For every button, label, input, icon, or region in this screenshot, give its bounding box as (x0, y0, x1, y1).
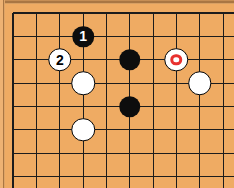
stone-move-number-label: 1 (79, 29, 87, 43)
board-intersection[interactable] (141, 48, 164, 71)
board-intersection[interactable] (2, 72, 25, 95)
grid-line-vertical (106, 25, 107, 48)
board-intersection[interactable] (25, 165, 48, 188)
grid-line-vertical (83, 48, 84, 71)
board-intersection[interactable] (118, 48, 141, 71)
grid-line-vertical (176, 95, 177, 118)
board-intersection[interactable] (188, 48, 211, 71)
grid-line-vertical (12, 95, 14, 118)
white-stone[interactable] (71, 118, 95, 142)
grid-line-vertical (153, 72, 154, 95)
board-intersection[interactable] (141, 2, 164, 25)
grid-line-horizontal (13, 129, 25, 130)
go-board-grid: 12 (2, 2, 234, 188)
grid-line-vertical (83, 165, 84, 188)
black-stone[interactable] (119, 96, 141, 118)
grid-line-vertical (129, 141, 130, 164)
grid-line-vertical (199, 165, 200, 188)
board-intersection[interactable] (2, 165, 25, 188)
board-intersection[interactable] (165, 165, 188, 188)
board-intersection[interactable] (25, 72, 48, 95)
board-intersection[interactable] (165, 95, 188, 118)
board-intersection[interactable] (95, 72, 118, 95)
board-intersection[interactable] (48, 141, 71, 164)
board-intersection[interactable] (25, 95, 48, 118)
grid-line-vertical (36, 72, 37, 95)
grid-line-vertical (12, 25, 14, 48)
board-intersection[interactable] (118, 72, 141, 95)
grid-line-vertical (176, 118, 177, 141)
grid-line-vertical (153, 118, 154, 141)
board-intersection[interactable] (25, 118, 48, 141)
board-intersection[interactable] (72, 72, 95, 95)
board-intersection[interactable] (48, 95, 71, 118)
board-intersection[interactable] (165, 48, 188, 71)
grid-line-vertical (12, 118, 14, 141)
board-intersection[interactable] (211, 48, 234, 71)
board-intersection[interactable] (118, 25, 141, 48)
white-stone[interactable] (71, 71, 95, 95)
board-intersection[interactable] (95, 2, 118, 25)
board-intersection[interactable] (72, 48, 95, 71)
board-intersection[interactable] (141, 72, 164, 95)
grid-line-vertical (199, 25, 200, 48)
grid-line-vertical (106, 165, 107, 188)
white-stone[interactable]: 2 (48, 48, 72, 72)
grid-line-vertical (223, 141, 224, 164)
grid-line-vertical (106, 13, 107, 25)
grid-line-vertical (106, 72, 107, 95)
board-intersection[interactable] (95, 25, 118, 48)
grid-line-vertical (223, 13, 224, 25)
grid-line-vertical (12, 72, 14, 95)
grid-line-vertical (199, 13, 200, 25)
board-intersection[interactable] (188, 72, 211, 95)
grid-line-horizontal (13, 83, 25, 84)
grid-line-vertical (12, 141, 14, 164)
board-intersection[interactable] (2, 141, 25, 164)
grid-line-vertical (59, 165, 60, 188)
grid-line-vertical (153, 13, 154, 25)
grid-line-horizontal (13, 153, 25, 154)
grid-line-vertical (153, 141, 154, 164)
grid-line-vertical (106, 141, 107, 164)
grid-line-vertical (199, 48, 200, 71)
grid-line-vertical (223, 48, 224, 71)
board-intersection[interactable] (141, 165, 164, 188)
board-intersection[interactable] (188, 25, 211, 48)
board-intersection[interactable] (25, 2, 48, 25)
grid-line-horizontal (13, 176, 25, 177)
board-intersection[interactable] (141, 118, 164, 141)
grid-line-vertical (153, 95, 154, 118)
board-intersection[interactable] (25, 25, 48, 48)
grid-line-vertical (129, 25, 130, 48)
grid-line-vertical (36, 165, 37, 188)
board-intersection[interactable] (188, 118, 211, 141)
grid-line-vertical (223, 165, 224, 188)
board-intersection[interactable] (2, 25, 25, 48)
grid-line-vertical (129, 13, 130, 25)
board-intersection[interactable] (95, 48, 118, 71)
board-intersection[interactable] (118, 141, 141, 164)
board-intersection[interactable] (2, 2, 25, 25)
grid-line-vertical (223, 118, 224, 141)
grid-line-vertical (176, 25, 177, 48)
board-intersection[interactable] (48, 72, 71, 95)
board-intersection[interactable] (118, 2, 141, 25)
board-intersection[interactable] (48, 2, 71, 25)
board-intersection[interactable] (211, 25, 234, 48)
grid-line-vertical (153, 165, 154, 188)
grid-line-vertical (176, 13, 177, 25)
grid-line-vertical (59, 72, 60, 95)
board-intersection[interactable] (211, 72, 234, 95)
board-intersection[interactable] (95, 141, 118, 164)
grid-line-vertical (59, 141, 60, 164)
go-diagram: 12 (0, 0, 234, 188)
grid-line-vertical (199, 95, 200, 118)
grid-line-vertical (83, 95, 84, 118)
grid-line-vertical (83, 141, 84, 164)
grid-line-horizontal (13, 12, 25, 14)
grid-line-vertical (176, 141, 177, 164)
grid-line-vertical (176, 165, 177, 188)
board-intersection[interactable]: 2 (48, 48, 71, 71)
board-intersection[interactable] (165, 118, 188, 141)
white-stone[interactable] (165, 48, 189, 72)
grid-line-horizontal (13, 36, 25, 37)
board-intersection[interactable] (72, 165, 95, 188)
grid-line-vertical (223, 72, 224, 95)
board-intersection[interactable] (141, 25, 164, 48)
board-intersection[interactable] (211, 141, 234, 164)
board-intersection[interactable] (188, 141, 211, 164)
grid-line-vertical (223, 95, 224, 118)
board-intersection[interactable] (72, 141, 95, 164)
grid-line-vertical (12, 165, 14, 188)
grid-line-horizontal (13, 59, 25, 60)
grid-line-vertical (153, 25, 154, 48)
board-intersection[interactable] (25, 141, 48, 164)
board-intersection[interactable] (72, 2, 95, 25)
grid-line-vertical (59, 25, 60, 48)
grid-line-vertical (223, 25, 224, 48)
grid-line-vertical (59, 118, 60, 141)
board-intersection[interactable]: 1 (72, 25, 95, 48)
board-intersection[interactable] (48, 118, 71, 141)
board-intersection[interactable] (188, 2, 211, 25)
board-intersection[interactable] (211, 118, 234, 141)
grid-line-vertical (129, 165, 130, 188)
grid-line-vertical (12, 48, 14, 71)
board-frame-left-edge (0, 0, 5, 188)
grid-line-vertical (36, 95, 37, 118)
board-frame-top-edge (0, 0, 234, 4)
board-intersection[interactable] (118, 95, 141, 118)
board-intersection[interactable] (165, 72, 188, 95)
board-intersection[interactable] (211, 165, 234, 188)
grid-line-vertical (129, 72, 130, 95)
grid-line-vertical (106, 95, 107, 118)
grid-line-vertical (129, 118, 130, 141)
board-intersection[interactable] (95, 118, 118, 141)
board-intersection[interactable] (2, 95, 25, 118)
grid-line-vertical (199, 141, 200, 164)
grid-line-vertical (106, 48, 107, 71)
board-intersection[interactable] (48, 25, 71, 48)
grid-line-vertical (83, 13, 84, 25)
board-intersection[interactable] (188, 165, 211, 188)
board-intersection[interactable] (118, 165, 141, 188)
board-intersection[interactable] (165, 2, 188, 25)
grid-line-vertical (36, 25, 37, 48)
black-stone[interactable]: 1 (72, 26, 94, 48)
circle-marker-icon (171, 54, 183, 66)
grid-line-vertical (36, 48, 37, 71)
board-intersection[interactable] (141, 95, 164, 118)
board-intersection[interactable] (95, 165, 118, 188)
grid-line-vertical (36, 118, 37, 141)
board-intersection[interactable] (211, 95, 234, 118)
board-intersection[interactable] (165, 141, 188, 164)
board-intersection[interactable] (2, 118, 25, 141)
board-intersection[interactable] (165, 25, 188, 48)
black-stone[interactable] (119, 49, 141, 71)
grid-line-vertical (176, 72, 177, 95)
grid-line-vertical (106, 118, 107, 141)
grid-line-horizontal (13, 106, 25, 107)
grid-line-vertical (36, 13, 37, 25)
stone-move-number-label: 2 (56, 52, 64, 66)
board-intersection[interactable] (141, 141, 164, 164)
board-intersection[interactable] (211, 2, 234, 25)
board-intersection[interactable] (72, 95, 95, 118)
board-intersection[interactable] (188, 95, 211, 118)
grid-line-vertical (59, 95, 60, 118)
grid-line-vertical (59, 13, 60, 25)
board-intersection[interactable] (118, 118, 141, 141)
grid-line-vertical (199, 118, 200, 141)
grid-line-vertical (12, 13, 14, 25)
board-intersection[interactable] (2, 48, 25, 71)
grid-line-vertical (153, 48, 154, 71)
grid-line-vertical (36, 141, 37, 164)
board-intersection[interactable] (25, 48, 48, 71)
board-intersection[interactable] (95, 95, 118, 118)
board-intersection[interactable] (72, 118, 95, 141)
white-stone[interactable] (188, 71, 212, 95)
board-intersection[interactable] (48, 165, 71, 188)
